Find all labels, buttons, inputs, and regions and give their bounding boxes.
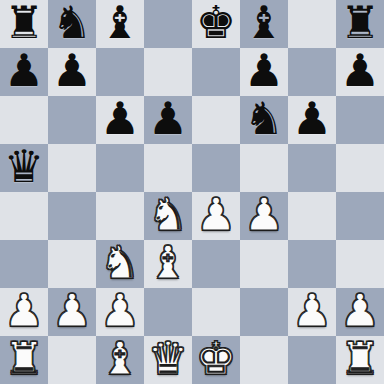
white-pawn-f4[interactable]: ♟ xyxy=(244,192,284,239)
square-h8[interactable]: ♜ xyxy=(336,0,384,48)
square-f5[interactable] xyxy=(240,144,288,192)
chess-board: ♜♞♝♚♝♜♟♟♟♟♟♟♞♟♛♞♟♟♞♝♟♟♟♟♟♜♝♛♚♜ xyxy=(0,0,384,384)
square-d5[interactable] xyxy=(144,144,192,192)
square-g3[interactable] xyxy=(288,240,336,288)
square-h6[interactable] xyxy=(336,96,384,144)
square-e5[interactable] xyxy=(192,144,240,192)
white-rook-h1[interactable]: ♜ xyxy=(340,336,380,383)
square-b4[interactable] xyxy=(48,192,96,240)
square-f7[interactable]: ♟ xyxy=(240,48,288,96)
square-b1[interactable] xyxy=(48,336,96,384)
square-d1[interactable]: ♛ xyxy=(144,336,192,384)
black-pawn-h7[interactable]: ♟ xyxy=(340,48,380,95)
black-queen-a5[interactable]: ♛ xyxy=(4,144,44,191)
square-h7[interactable]: ♟ xyxy=(336,48,384,96)
black-pawn-g6[interactable]: ♟ xyxy=(292,96,332,143)
square-f4[interactable]: ♟ xyxy=(240,192,288,240)
square-a5[interactable]: ♛ xyxy=(0,144,48,192)
white-pawn-a2[interactable]: ♟ xyxy=(4,288,44,335)
square-h1[interactable]: ♜ xyxy=(336,336,384,384)
square-g2[interactable]: ♟ xyxy=(288,288,336,336)
square-b7[interactable]: ♟ xyxy=(48,48,96,96)
black-bishop-f8[interactable]: ♝ xyxy=(244,0,284,47)
square-c5[interactable] xyxy=(96,144,144,192)
square-d6[interactable]: ♟ xyxy=(144,96,192,144)
square-h2[interactable]: ♟ xyxy=(336,288,384,336)
square-d3[interactable]: ♝ xyxy=(144,240,192,288)
square-c3[interactable]: ♞ xyxy=(96,240,144,288)
black-pawn-a7[interactable]: ♟ xyxy=(4,48,44,95)
chess-board-container: ♜♞♝♚♝♜♟♟♟♟♟♟♞♟♛♞♟♟♞♝♟♟♟♟♟♜♝♛♚♜ xyxy=(0,0,384,384)
square-b2[interactable]: ♟ xyxy=(48,288,96,336)
white-queen-d1[interactable]: ♛ xyxy=(148,336,188,383)
square-b8[interactable]: ♞ xyxy=(48,0,96,48)
square-g1[interactable] xyxy=(288,336,336,384)
square-g7[interactable] xyxy=(288,48,336,96)
black-rook-h8[interactable]: ♜ xyxy=(340,0,380,47)
square-c1[interactable]: ♝ xyxy=(96,336,144,384)
white-pawn-c2[interactable]: ♟ xyxy=(100,288,140,335)
square-a7[interactable]: ♟ xyxy=(0,48,48,96)
square-g5[interactable] xyxy=(288,144,336,192)
square-a8[interactable]: ♜ xyxy=(0,0,48,48)
square-d7[interactable] xyxy=(144,48,192,96)
square-e2[interactable] xyxy=(192,288,240,336)
black-bishop-c8[interactable]: ♝ xyxy=(100,0,140,47)
black-knight-b8[interactable]: ♞ xyxy=(52,0,92,47)
square-c7[interactable] xyxy=(96,48,144,96)
white-bishop-c1[interactable]: ♝ xyxy=(100,336,140,383)
square-b6[interactable] xyxy=(48,96,96,144)
square-d4[interactable]: ♞ xyxy=(144,192,192,240)
square-f8[interactable]: ♝ xyxy=(240,0,288,48)
square-e4[interactable]: ♟ xyxy=(192,192,240,240)
black-pawn-b7[interactable]: ♟ xyxy=(52,48,92,95)
square-a1[interactable]: ♜ xyxy=(0,336,48,384)
square-d2[interactable] xyxy=(144,288,192,336)
white-rook-a1[interactable]: ♜ xyxy=(4,336,44,383)
white-pawn-g2[interactable]: ♟ xyxy=(292,288,332,335)
black-rook-a8[interactable]: ♜ xyxy=(4,0,44,47)
square-c6[interactable]: ♟ xyxy=(96,96,144,144)
square-e6[interactable] xyxy=(192,96,240,144)
square-h4[interactable] xyxy=(336,192,384,240)
square-g4[interactable] xyxy=(288,192,336,240)
square-f3[interactable] xyxy=(240,240,288,288)
square-a2[interactable]: ♟ xyxy=(0,288,48,336)
white-bishop-d3[interactable]: ♝ xyxy=(148,240,188,287)
black-knight-f6[interactable]: ♞ xyxy=(244,96,284,143)
white-knight-c3[interactable]: ♞ xyxy=(100,240,140,287)
square-b5[interactable] xyxy=(48,144,96,192)
square-h5[interactable] xyxy=(336,144,384,192)
square-b3[interactable] xyxy=(48,240,96,288)
square-e1[interactable]: ♚ xyxy=(192,336,240,384)
square-e3[interactable] xyxy=(192,240,240,288)
square-c4[interactable] xyxy=(96,192,144,240)
square-f6[interactable]: ♞ xyxy=(240,96,288,144)
square-a6[interactable] xyxy=(0,96,48,144)
square-c8[interactable]: ♝ xyxy=(96,0,144,48)
square-e8[interactable]: ♚ xyxy=(192,0,240,48)
square-f1[interactable] xyxy=(240,336,288,384)
square-d8[interactable] xyxy=(144,0,192,48)
square-a4[interactable] xyxy=(0,192,48,240)
white-pawn-e4[interactable]: ♟ xyxy=(196,192,236,239)
white-pawn-h2[interactable]: ♟ xyxy=(340,288,380,335)
black-pawn-d6[interactable]: ♟ xyxy=(148,96,188,143)
black-pawn-f7[interactable]: ♟ xyxy=(244,48,284,95)
square-g8[interactable] xyxy=(288,0,336,48)
black-king-e8[interactable]: ♚ xyxy=(196,0,236,47)
square-f2[interactable] xyxy=(240,288,288,336)
white-king-e1[interactable]: ♚ xyxy=(196,336,236,383)
square-c2[interactable]: ♟ xyxy=(96,288,144,336)
square-h3[interactable] xyxy=(336,240,384,288)
square-g6[interactable]: ♟ xyxy=(288,96,336,144)
white-knight-d4[interactable]: ♞ xyxy=(148,192,188,239)
square-a3[interactable] xyxy=(0,240,48,288)
black-pawn-c6[interactable]: ♟ xyxy=(100,96,140,143)
white-pawn-b2[interactable]: ♟ xyxy=(52,288,92,335)
square-e7[interactable] xyxy=(192,48,240,96)
